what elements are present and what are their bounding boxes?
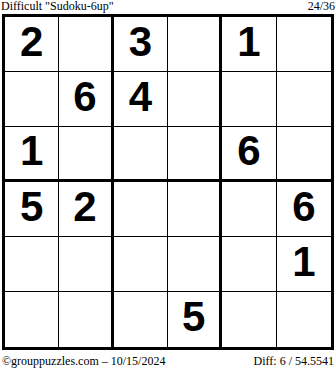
credit-text: ©grouppuzzles.com – 10/15/2024 xyxy=(2,354,165,368)
cell-r3c6[interactable] xyxy=(277,127,331,182)
difficulty-text: Diff: 6 / 54.5541 xyxy=(254,354,334,368)
cell-r4c5[interactable] xyxy=(222,182,276,237)
cell-r5c3[interactable] xyxy=(114,237,168,292)
cell-r1c1: 2 xyxy=(5,17,59,72)
cell-r1c4[interactable] xyxy=(168,17,222,72)
cell-r1c6[interactable] xyxy=(277,17,331,72)
cell-r2c1[interactable] xyxy=(5,72,59,127)
cell-r4c3[interactable] xyxy=(114,182,168,237)
cell-r1c2[interactable] xyxy=(59,17,113,72)
cell-r2c6[interactable] xyxy=(277,72,331,127)
sudoku-board: 231641652615 xyxy=(2,14,334,350)
cell-r6c4: 5 xyxy=(168,292,222,347)
page-title: Difficult "Sudoku-6up" xyxy=(1,0,114,13)
cell-r5c2[interactable] xyxy=(59,237,113,292)
cell-r4c6: 6 xyxy=(277,182,331,237)
cell-r5c6: 1 xyxy=(277,237,331,292)
cell-r3c2[interactable] xyxy=(59,127,113,182)
cell-r3c1: 1 xyxy=(5,127,59,182)
cell-r6c6[interactable] xyxy=(277,292,331,347)
cell-r4c1: 5 xyxy=(5,182,59,237)
cell-r2c4[interactable] xyxy=(168,72,222,127)
progress-counter: 24/36 xyxy=(308,0,335,13)
cell-r2c2: 6 xyxy=(59,72,113,127)
cell-r3c3[interactable] xyxy=(114,127,168,182)
page-header: Difficult "Sudoku-6up" 24/36 xyxy=(1,0,335,13)
page-footer: ©grouppuzzles.com – 10/15/2024 Diff: 6 /… xyxy=(2,354,334,368)
cell-r5c1[interactable] xyxy=(5,237,59,292)
cell-r2c3: 4 xyxy=(114,72,168,127)
cell-r6c5[interactable] xyxy=(222,292,276,347)
cell-r6c2[interactable] xyxy=(59,292,113,347)
cell-r2c5[interactable] xyxy=(222,72,276,127)
cell-r4c4[interactable] xyxy=(168,182,222,237)
cell-r6c1[interactable] xyxy=(5,292,59,347)
cell-r5c4[interactable] xyxy=(168,237,222,292)
cell-r5c5[interactable] xyxy=(222,237,276,292)
cell-r6c3[interactable] xyxy=(114,292,168,347)
cell-r1c3: 3 xyxy=(114,17,168,72)
cell-r1c5: 1 xyxy=(222,17,276,72)
cell-r3c5: 6 xyxy=(222,127,276,182)
cell-r4c2: 2 xyxy=(59,182,113,237)
cell-r3c4[interactable] xyxy=(168,127,222,182)
